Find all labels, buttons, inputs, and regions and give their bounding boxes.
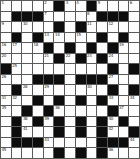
black-cell-r9c7 — [76, 96, 86, 106]
white-cell-r3c2[interactable] — [22, 33, 32, 43]
clue-number-40: 40 — [108, 116, 113, 121]
black-cell-r14c7 — [76, 148, 86, 158]
black-cell-r7c3 — [33, 75, 43, 85]
white-cell-r1c8[interactable]: 8 — [87, 12, 97, 22]
white-cell-r12c4[interactable] — [44, 127, 54, 137]
white-cell-r6c6[interactable] — [65, 64, 75, 74]
white-cell-r3c10[interactable] — [108, 33, 118, 43]
black-cell-r11c3 — [33, 117, 43, 127]
black-cell-r9c5 — [54, 96, 64, 106]
black-cell-r1c10 — [108, 12, 118, 22]
white-cell-r5c10[interactable]: 24 — [108, 54, 118, 64]
white-cell-r3c5[interactable]: 14 — [54, 33, 64, 43]
white-cell-r12c8[interactable] — [87, 127, 97, 137]
clue-number-31: 31 — [2, 95, 7, 100]
black-cell-r6c0 — [1, 64, 11, 74]
white-cell-r6c8[interactable] — [87, 64, 97, 74]
black-cell-r6c10 — [108, 64, 118, 74]
white-cell-r11c12[interactable] — [129, 117, 139, 127]
white-cell-r6c11[interactable] — [119, 64, 129, 74]
white-cell-r13c6[interactable] — [65, 138, 75, 148]
white-cell-r14c11[interactable] — [119, 148, 129, 158]
white-cell-r6c7[interactable] — [76, 64, 86, 74]
white-cell-r6c5[interactable] — [54, 64, 64, 74]
white-cell-r4c7[interactable] — [76, 43, 86, 53]
clue-number-42: 42 — [108, 126, 113, 131]
white-cell-r2c6[interactable] — [65, 22, 75, 32]
black-cell-r9c3 — [33, 96, 43, 106]
clue-number-16: 16 — [2, 42, 7, 47]
white-cell-r12c3[interactable] — [33, 127, 43, 137]
white-cell-r13c8[interactable] — [87, 138, 97, 148]
black-cell-r8c10 — [108, 85, 118, 95]
clue-number-46: 46 — [108, 147, 113, 152]
white-cell-r12c6[interactable] — [65, 127, 75, 137]
white-cell-r4c11[interactable]: 19 — [119, 43, 129, 53]
black-cell-r7c8 — [87, 75, 97, 85]
white-cell-r7c6[interactable] — [65, 75, 75, 85]
white-cell-r11c10[interactable]: 40 — [108, 117, 118, 127]
black-cell-r5c7 — [76, 54, 86, 64]
white-cell-r0c0[interactable]: 1 — [1, 1, 11, 11]
white-cell-r0c3[interactable] — [33, 1, 43, 11]
white-cell-r2c3[interactable] — [33, 22, 43, 32]
black-cell-r3c1 — [12, 33, 22, 43]
white-cell-r11c4[interactable]: 39 — [44, 117, 54, 127]
clue-number-5: 5 — [98, 0, 100, 5]
black-cell-r1c3 — [33, 12, 43, 22]
black-cell-r11c9 — [97, 117, 107, 127]
clue-number-39: 39 — [44, 116, 49, 121]
white-cell-r9c4[interactable] — [44, 96, 54, 106]
clue-number-36: 36 — [55, 105, 60, 110]
white-cell-r14c0[interactable]: 45 — [1, 148, 11, 158]
white-cell-r7c0[interactable]: 26 — [1, 75, 11, 85]
clue-number-1: 1 — [2, 0, 4, 5]
black-cell-r4c4 — [44, 43, 54, 53]
white-cell-r7c11[interactable] — [119, 75, 129, 85]
white-cell-r0c2[interactable] — [22, 1, 32, 11]
white-cell-r11c2[interactable]: 38 — [22, 117, 32, 127]
white-cell-r10c0[interactable]: 35 — [1, 106, 11, 116]
clue-number-10: 10 — [23, 21, 28, 26]
white-cell-r14c1[interactable] — [12, 148, 22, 158]
white-cell-r5c6[interactable]: 22 — [65, 54, 75, 64]
clue-number-12: 12 — [108, 21, 113, 26]
white-cell-r0c6[interactable]: 3 — [65, 1, 75, 11]
white-cell-r8c3[interactable] — [33, 85, 43, 95]
clue-number-43: 43 — [44, 137, 49, 142]
white-cell-r3c6[interactable] — [65, 33, 75, 43]
white-cell-r12c10[interactable]: 42 — [108, 127, 118, 137]
white-cell-r11c6[interactable] — [65, 117, 75, 127]
white-cell-r5c11[interactable] — [119, 54, 129, 64]
white-cell-r2c0[interactable]: 9 — [1, 22, 11, 32]
black-cell-r14c5 — [54, 148, 64, 158]
white-cell-r13c0[interactable] — [1, 138, 11, 148]
white-cell-r9c11[interactable] — [119, 96, 129, 106]
black-cell-r14c9 — [97, 148, 107, 158]
white-cell-r8c2[interactable]: 28 — [22, 85, 32, 95]
white-cell-r4c0[interactable]: 16 — [1, 43, 11, 53]
black-cell-r13c10 — [108, 138, 118, 148]
white-cell-r4c3[interactable]: 18 — [33, 43, 43, 53]
black-cell-r5c9 — [97, 54, 107, 64]
clue-number-29: 29 — [44, 84, 49, 89]
clue-number-7: 7 — [44, 11, 46, 16]
white-cell-r14c2[interactable] — [22, 148, 32, 158]
black-cell-r9c9 — [97, 96, 107, 106]
white-cell-r2c9[interactable] — [97, 22, 107, 32]
white-cell-r8c8[interactable]: 30 — [87, 85, 97, 95]
white-cell-r9c6[interactable] — [65, 96, 75, 106]
white-cell-r0c11[interactable] — [119, 1, 129, 11]
white-cell-r9c0[interactable]: 31 — [1, 96, 11, 106]
white-cell-r5c3[interactable] — [33, 54, 43, 64]
white-cell-r10c9[interactable] — [97, 106, 107, 116]
white-cell-r0c7[interactable]: 4 — [76, 1, 86, 11]
clue-number-41: 41 — [23, 126, 28, 131]
black-cell-r7c9 — [97, 75, 107, 85]
white-cell-r0c10[interactable] — [108, 1, 118, 11]
white-cell-r12c2[interactable]: 41 — [22, 127, 32, 137]
white-cell-r8c5[interactable] — [54, 85, 64, 95]
white-cell-r6c1[interactable]: 25 — [12, 64, 22, 74]
white-cell-r10c5[interactable]: 36 — [54, 106, 64, 116]
white-cell-r4c2[interactable] — [22, 43, 32, 53]
clue-number-9: 9 — [2, 21, 4, 26]
white-cell-r2c10[interactable]: 12 — [108, 22, 118, 32]
white-cell-r7c10[interactable]: 27 — [108, 75, 118, 85]
white-cell-r7c2[interactable] — [22, 75, 32, 85]
black-cell-r8c1 — [12, 85, 22, 95]
white-cell-r14c6[interactable] — [65, 148, 75, 158]
black-cell-r11c11 — [119, 117, 129, 127]
white-cell-r6c4[interactable] — [44, 64, 54, 74]
clue-number-15: 15 — [76, 32, 81, 37]
white-cell-r5c4[interactable]: 21 — [44, 54, 54, 64]
white-cell-r0c1[interactable] — [12, 1, 22, 11]
white-cell-r2c12[interactable] — [129, 22, 139, 32]
black-cell-r11c1 — [12, 117, 22, 127]
black-cell-r11c5 — [54, 117, 64, 127]
white-cell-r5c0[interactable]: 20 — [1, 54, 11, 64]
clue-number-45: 45 — [2, 147, 7, 152]
black-cell-r0c8 — [87, 1, 97, 11]
white-cell-r13c7[interactable] — [76, 138, 86, 148]
white-cell-r14c12[interactable] — [129, 148, 139, 158]
clue-number-35: 35 — [2, 105, 7, 110]
white-cell-r4c9[interactable] — [97, 43, 107, 53]
black-cell-r13c1 — [12, 138, 22, 148]
clue-number-18: 18 — [34, 42, 39, 47]
white-cell-r0c4[interactable]: 2 — [44, 1, 54, 11]
white-cell-r3c4[interactable]: 13 — [44, 33, 54, 43]
white-cell-r9c10[interactable]: 33 — [108, 96, 118, 106]
black-cell-r6c12 — [129, 64, 139, 74]
white-cell-r5c8[interactable]: 23 — [87, 54, 97, 64]
black-cell-r1c1 — [12, 12, 22, 22]
white-cell-r9c8[interactable] — [87, 96, 97, 106]
white-cell-r3c8[interactable] — [87, 33, 97, 43]
white-cell-r9c12[interactable]: 34 — [129, 96, 139, 106]
white-cell-r10c12[interactable] — [129, 106, 139, 116]
white-cell-r9c1[interactable]: 32 — [12, 96, 22, 106]
clue-number-19: 19 — [119, 42, 124, 47]
white-cell-r1c12[interactable] — [129, 12, 139, 22]
clue-number-28: 28 — [23, 84, 28, 89]
white-cell-r2c1[interactable] — [12, 22, 22, 32]
black-cell-r8c12 — [129, 85, 139, 95]
white-cell-r1c6[interactable] — [65, 12, 75, 22]
clue-number-27: 27 — [108, 74, 113, 79]
white-cell-r13c12[interactable]: 44 — [129, 138, 139, 148]
clue-number-17: 17 — [12, 42, 17, 47]
black-cell-r1c2 — [22, 12, 32, 22]
black-cell-r4c8 — [87, 43, 97, 53]
white-cell-r1c4[interactable]: 7 — [44, 12, 54, 22]
clue-number-24: 24 — [108, 53, 113, 58]
white-cell-r10c6[interactable] — [65, 106, 75, 116]
black-cell-r0c5 — [54, 1, 64, 11]
white-cell-r14c3[interactable] — [33, 148, 43, 158]
white-cell-r3c0[interactable] — [1, 33, 11, 43]
white-cell-r1c0[interactable] — [1, 12, 11, 22]
black-cell-r5c5 — [54, 54, 64, 64]
clue-number-4: 4 — [76, 0, 78, 5]
clue-number-14: 14 — [55, 32, 60, 37]
white-cell-r1c7[interactable] — [76, 12, 86, 22]
black-cell-r13c3 — [33, 138, 43, 148]
white-cell-r2c11[interactable] — [119, 22, 129, 32]
white-cell-r12c0[interactable] — [1, 127, 11, 137]
white-cell-r5c1[interactable] — [12, 54, 22, 64]
white-cell-r2c2[interactable]: 10 — [22, 22, 32, 32]
white-cell-r6c9[interactable] — [97, 64, 107, 74]
white-cell-r0c12[interactable]: 6 — [129, 1, 139, 11]
clue-number-34: 34 — [130, 95, 135, 100]
clue-number-11: 11 — [87, 21, 92, 26]
white-cell-r8c11[interactable] — [119, 85, 129, 95]
black-cell-r13c9 — [97, 138, 107, 148]
white-cell-r11c8[interactable] — [87, 117, 97, 127]
crossword-grid: 1234567891011121314151617181920212223242… — [0, 0, 140, 159]
white-cell-r14c8[interactable] — [87, 148, 97, 158]
clue-number-33: 33 — [108, 95, 113, 100]
black-cell-r2c5 — [54, 22, 64, 32]
black-cell-r13c2 — [22, 138, 32, 148]
clue-number-25: 25 — [12, 63, 17, 68]
white-cell-r11c0[interactable] — [1, 117, 11, 127]
white-cell-r13c5[interactable] — [54, 138, 64, 148]
clue-number-22: 22 — [66, 53, 71, 58]
clue-number-6: 6 — [130, 0, 132, 5]
clue-number-38: 38 — [23, 116, 28, 121]
white-cell-r13c4[interactable]: 43 — [44, 138, 54, 148]
white-cell-r5c12[interactable] — [129, 54, 139, 64]
black-cell-r12c5 — [54, 127, 64, 137]
black-cell-r4c6 — [65, 43, 75, 53]
black-cell-r1c9 — [97, 12, 107, 22]
white-cell-r0c9[interactable]: 5 — [97, 1, 107, 11]
clue-number-26: 26 — [2, 74, 7, 79]
black-cell-r3c3 — [33, 33, 43, 43]
clue-number-3: 3 — [66, 0, 68, 5]
white-cell-r1c5[interactable] — [54, 12, 64, 22]
black-cell-r13c11 — [119, 138, 129, 148]
clue-number-30: 30 — [87, 84, 92, 89]
black-cell-r2c7 — [76, 22, 86, 32]
black-cell-r3c11 — [119, 33, 129, 43]
white-cell-r7c1[interactable] — [12, 75, 22, 85]
white-cell-r8c0[interactable] — [1, 85, 11, 95]
white-cell-r8c6[interactable] — [65, 85, 75, 95]
black-cell-r4c10 — [108, 43, 118, 53]
white-cell-r3c12[interactable] — [129, 33, 139, 43]
clue-number-8: 8 — [87, 11, 89, 16]
white-cell-r8c9[interactable] — [97, 85, 107, 95]
white-cell-r8c7[interactable] — [76, 85, 86, 95]
white-cell-r12c11[interactable] — [119, 127, 129, 137]
white-cell-r4c1[interactable]: 17 — [12, 43, 22, 53]
white-cell-r10c8[interactable] — [87, 106, 97, 116]
white-cell-r2c8[interactable]: 11 — [87, 22, 97, 32]
black-cell-r3c9 — [97, 33, 107, 43]
black-cell-r10c4 — [44, 106, 54, 116]
white-cell-r3c7[interactable]: 15 — [76, 33, 86, 43]
clue-number-23: 23 — [87, 53, 92, 58]
black-cell-r7c5 — [54, 75, 64, 85]
white-cell-r2c4[interactable] — [44, 22, 54, 32]
white-cell-r5c2[interactable] — [22, 54, 32, 64]
white-cell-r4c5[interactable] — [54, 43, 64, 53]
white-cell-r14c10[interactable]: 46 — [108, 148, 118, 158]
clue-number-13: 13 — [44, 32, 49, 37]
white-cell-r14c4[interactable] — [44, 148, 54, 158]
black-cell-r10c10 — [108, 106, 118, 116]
white-cell-r6c3[interactable] — [33, 64, 43, 74]
white-cell-r7c12[interactable] — [129, 75, 139, 85]
black-cell-r1c11 — [119, 12, 129, 22]
white-cell-r8c4[interactable]: 29 — [44, 85, 54, 95]
white-cell-r6c2[interactable] — [22, 64, 32, 74]
clue-number-37: 37 — [119, 105, 124, 110]
white-cell-r10c1[interactable] — [12, 106, 22, 116]
black-cell-r12c1 — [12, 127, 22, 137]
black-cell-r7c7 — [76, 75, 86, 85]
black-cell-r12c7 — [76, 127, 86, 137]
clue-number-2: 2 — [44, 0, 46, 5]
white-cell-r9c2[interactable] — [22, 96, 32, 106]
white-cell-r10c7[interactable] — [76, 106, 86, 116]
white-cell-r4c12[interactable] — [129, 43, 139, 53]
clue-number-44: 44 — [130, 137, 135, 142]
black-cell-r10c2 — [22, 106, 32, 116]
white-cell-r10c11[interactable]: 37 — [119, 106, 129, 116]
clue-number-21: 21 — [44, 53, 49, 58]
black-cell-r11c7 — [76, 117, 86, 127]
black-cell-r12c12 — [129, 127, 139, 137]
black-cell-r7c4 — [44, 75, 54, 85]
white-cell-r10c3[interactable] — [33, 106, 43, 116]
black-cell-r12c9 — [97, 127, 107, 137]
clue-number-32: 32 — [12, 95, 17, 100]
clue-number-20: 20 — [2, 53, 7, 58]
